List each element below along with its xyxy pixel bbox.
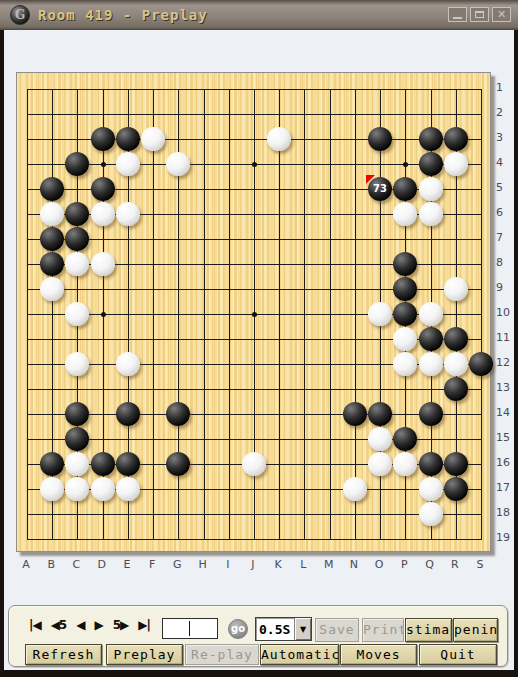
stone-black-Q16 (419, 452, 443, 476)
dropdown-arrow-icon[interactable]: ▼ (294, 618, 311, 640)
column-label-F: F (143, 559, 161, 570)
grid-line-vertical (279, 89, 280, 540)
stone-black-D5 (91, 177, 115, 201)
stone-black-C7 (65, 227, 89, 251)
grid-line-vertical (481, 89, 482, 540)
stone-black-Q14 (419, 402, 443, 426)
grid-line-horizontal (27, 414, 482, 415)
row-label-10: 10 (493, 307, 516, 318)
stone-white-E17 (116, 477, 140, 501)
row-label-4: 4 (493, 157, 516, 168)
stone-black-C14 (65, 402, 89, 426)
window-controls: ✕ (448, 7, 511, 22)
stone-black-Q3 (419, 127, 443, 151)
row-label-7: 7 (493, 232, 516, 243)
title-bar[interactable]: G Room 419 - Preplay ✕ (0, 0, 518, 30)
stone-white-D6 (91, 202, 115, 226)
stone-black-G16 (166, 452, 190, 476)
nav-back5-button[interactable]: ◀5 (51, 618, 67, 632)
grid-line-vertical (304, 89, 305, 540)
grid-line-vertical (355, 89, 356, 540)
playback-controls: |◀◀5◀▶5▶▶| (29, 618, 150, 632)
close-button[interactable]: ✕ (492, 7, 511, 22)
app-icon: G (10, 5, 30, 25)
stone-black-Q11 (419, 327, 443, 351)
re-play-button[interactable]: Re-play (185, 644, 259, 665)
maximize-button[interactable] (470, 7, 489, 22)
nav-last-button[interactable]: ▶| (138, 618, 150, 632)
grid-line-horizontal (27, 539, 482, 540)
app-icon-letter: G (15, 9, 25, 21)
column-label-D: D (93, 559, 111, 570)
row-label-1: 1 (493, 82, 516, 93)
delay-select[interactable]: 0.5S ▼ (255, 617, 312, 641)
control-panel: |◀◀5◀▶5▶▶| go 0.5S ▼ SavePrintstimatpeni… (8, 605, 508, 667)
star-point (252, 312, 257, 317)
stone-black-P10 (393, 302, 417, 326)
stone-white-P12 (393, 352, 417, 376)
row-label-8: 8 (493, 257, 516, 268)
column-label-S: S (471, 559, 489, 570)
stone-white-R12 (444, 352, 468, 376)
stone-black-R16 (444, 452, 468, 476)
stone-white-K3 (267, 127, 291, 151)
stone-black-C4 (65, 152, 89, 176)
last-move-marker-icon (366, 175, 375, 184)
grid-line-horizontal (27, 389, 482, 390)
row-label-9: 9 (493, 282, 516, 293)
stone-white-F3 (141, 127, 165, 151)
column-label-H: H (194, 559, 212, 570)
nav-forward-button[interactable]: ▶ (94, 618, 102, 632)
nav-back-button[interactable]: ◀ (76, 618, 84, 632)
stone-white-C12 (65, 352, 89, 376)
stone-white-Q5 (419, 177, 443, 201)
move-number-input[interactable] (162, 618, 218, 639)
stone-white-C8 (65, 252, 89, 276)
column-label-L: L (294, 559, 312, 570)
stone-black-E14 (116, 402, 140, 426)
stone-white-Q12 (419, 352, 443, 376)
row-label-11: 11 (493, 332, 516, 343)
stone-white-P11 (393, 327, 417, 351)
row-label-5: 5 (493, 182, 516, 193)
stone-white-B6 (40, 202, 64, 226)
penin-button[interactable]: penin (453, 618, 498, 642)
stone-black-N14 (343, 402, 367, 426)
stone-white-R9 (444, 277, 468, 301)
stone-white-C10 (65, 302, 89, 326)
star-point (403, 162, 408, 167)
stone-black-O3 (368, 127, 392, 151)
row-label-19: 19 (493, 532, 516, 543)
stone-black-S12 (469, 352, 493, 376)
minimize-button[interactable] (448, 7, 467, 22)
go-board[interactable]: 73 (16, 72, 491, 552)
row-label-12: 12 (493, 357, 516, 368)
stone-white-O16 (368, 452, 392, 476)
stone-black-O14 (368, 402, 392, 426)
column-label-O: O (370, 559, 388, 570)
stone-white-Q6 (419, 202, 443, 226)
stone-black-P15 (393, 427, 417, 451)
stone-white-B17 (40, 477, 64, 501)
stone-black-P8 (393, 252, 417, 276)
quit-button[interactable]: Quit (419, 644, 497, 665)
stone-black-C15 (65, 427, 89, 451)
row-label-18: 18 (493, 507, 516, 518)
minimize-icon (453, 17, 462, 19)
star-point (252, 162, 257, 167)
stone-black-R3 (444, 127, 468, 151)
grid-line-vertical (330, 89, 331, 540)
window-title: Room 419 - Preplay (38, 7, 208, 23)
stone-white-P16 (393, 452, 417, 476)
star-point (101, 162, 106, 167)
stone-black-P5 (393, 177, 417, 201)
text-caret (189, 621, 190, 636)
app-window: G Room 419 - Preplay ✕ 73 ABCDEFGHIJKLMN… (0, 0, 518, 677)
stone-black-B5 (40, 177, 64, 201)
stone-white-J16 (242, 452, 266, 476)
row-label-3: 3 (493, 132, 516, 143)
stone-black-Q4 (419, 152, 443, 176)
delay-value: 0.5S (256, 622, 294, 637)
grid-line-horizontal (27, 514, 482, 515)
column-label-K: K (269, 559, 287, 570)
stone-white-N17 (343, 477, 367, 501)
column-label-G: G (168, 559, 186, 570)
stone-black-D16 (91, 452, 115, 476)
column-label-C: C (67, 559, 85, 570)
column-label-J: J (244, 559, 262, 570)
stone-white-D17 (91, 477, 115, 501)
print-button[interactable]: Print (362, 618, 404, 642)
stone-black-B16 (40, 452, 64, 476)
stone-white-E12 (116, 352, 140, 376)
stone-white-E6 (116, 202, 140, 226)
row-label-16: 16 (493, 457, 516, 468)
row-label-14: 14 (493, 407, 516, 418)
row-label-17: 17 (493, 482, 516, 493)
stone-white-C16 (65, 452, 89, 476)
stone-white-O15 (368, 427, 392, 451)
star-point (101, 312, 106, 317)
column-label-M: M (320, 559, 338, 570)
stone-black-B7 (40, 227, 64, 251)
moves-button[interactable]: Moves (340, 644, 417, 665)
go-button[interactable]: go (228, 619, 248, 639)
stone-black-O5: 73 (368, 177, 392, 201)
column-label-I: I (219, 559, 237, 570)
row-label-2: 2 (493, 107, 516, 118)
stone-black-D3 (91, 127, 115, 151)
column-label-N: N (345, 559, 363, 570)
stone-white-R4 (444, 152, 468, 176)
nav-forward5-button[interactable]: 5▶ (113, 618, 129, 632)
nav-first-button[interactable]: |◀ (29, 618, 41, 632)
stone-white-Q18 (419, 502, 443, 526)
row-label-6: 6 (493, 207, 516, 218)
preplay-button[interactable]: Preplay (106, 644, 183, 665)
stimat-button[interactable]: stimat (405, 618, 452, 642)
column-label-E: E (118, 559, 136, 570)
maximize-icon (475, 11, 484, 18)
column-label-A: A (17, 559, 35, 570)
column-label-Q: Q (421, 559, 439, 570)
column-label-B: B (42, 559, 60, 570)
content-area: 73 ABCDEFGHIJKLMNOPQRS123456789101112131… (4, 30, 514, 670)
stone-white-Q10 (419, 302, 443, 326)
stone-black-E3 (116, 127, 140, 151)
save-button[interactable]: Save (315, 618, 359, 642)
stone-black-G14 (166, 402, 190, 426)
stone-white-C17 (65, 477, 89, 501)
stone-black-R17 (444, 477, 468, 501)
stone-black-P9 (393, 277, 417, 301)
stone-white-Q17 (419, 477, 443, 501)
stone-white-B9 (40, 277, 64, 301)
close-icon: ✕ (497, 9, 506, 20)
move-number-label: 73 (373, 184, 387, 194)
column-label-R: R (446, 559, 464, 570)
stone-black-C6 (65, 202, 89, 226)
stone-black-R13 (444, 377, 468, 401)
stone-black-B8 (40, 252, 64, 276)
stone-white-G4 (166, 152, 190, 176)
column-label-P: P (395, 559, 413, 570)
stone-white-P6 (393, 202, 417, 226)
stone-black-R11 (444, 327, 468, 351)
row-label-15: 15 (493, 432, 516, 443)
automatic-button[interactable]: Automatic (260, 644, 339, 665)
stone-white-E4 (116, 152, 140, 176)
row-label-13: 13 (493, 382, 516, 393)
stone-black-E16 (116, 452, 140, 476)
refresh-button[interactable]: Refresh (25, 644, 102, 665)
stone-white-O10 (368, 302, 392, 326)
stone-white-D8 (91, 252, 115, 276)
